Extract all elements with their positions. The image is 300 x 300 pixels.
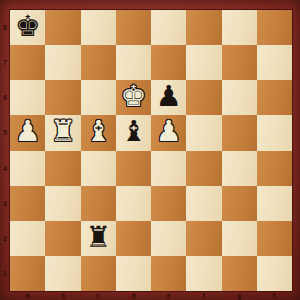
square-b3[interactable] [45, 186, 80, 221]
rank-label-7: 7 [0, 45, 10, 80]
square-f3[interactable] [186, 186, 221, 221]
square-e3[interactable] [151, 186, 186, 221]
square-e5[interactable]: ♟ [151, 115, 186, 150]
white-pawn-e5: ♟ [156, 117, 182, 146]
square-g6[interactable] [222, 80, 257, 115]
square-d5[interactable]: ♝ [116, 115, 151, 150]
square-b8[interactable] [45, 10, 80, 45]
square-c8[interactable] [81, 10, 116, 45]
square-g2[interactable] [222, 221, 257, 256]
white-rook-b5: ♜ [50, 117, 76, 146]
square-d8[interactable] [116, 10, 151, 45]
square-a8[interactable]: ♚ [10, 10, 45, 45]
square-d3[interactable] [116, 186, 151, 221]
square-c6[interactable] [81, 80, 116, 115]
square-a4[interactable] [10, 151, 45, 186]
square-f8[interactable] [186, 10, 221, 45]
square-f5[interactable] [186, 115, 221, 150]
black-pawn-e6: ♟ [156, 82, 182, 111]
square-b6[interactable] [45, 80, 80, 115]
rank-label-2: 2 [0, 221, 10, 256]
black-bishop-d5: ♝ [120, 117, 146, 146]
file-label-e: e [151, 291, 186, 300]
square-f7[interactable] [186, 45, 221, 80]
square-b1[interactable] [45, 256, 80, 291]
square-d4[interactable] [116, 151, 151, 186]
square-a2[interactable] [10, 221, 45, 256]
square-a3[interactable] [10, 186, 45, 221]
white-king-d6: ♚ [120, 82, 146, 111]
square-e4[interactable] [151, 151, 186, 186]
square-h3[interactable] [257, 186, 292, 221]
square-g5[interactable] [222, 115, 257, 150]
square-d1[interactable] [116, 256, 151, 291]
white-pawn-a5: ♟ [15, 117, 41, 146]
chess-board: ♚♚♟♟♜♝♝♟♜ [10, 10, 292, 291]
square-h6[interactable] [257, 80, 292, 115]
square-g4[interactable] [222, 151, 257, 186]
square-g7[interactable] [222, 45, 257, 80]
square-c1[interactable] [81, 256, 116, 291]
white-bishop-c5: ♝ [85, 117, 111, 146]
file-labels: abcdefgh [10, 291, 292, 300]
file-label-c: c [81, 291, 116, 300]
square-b5[interactable]: ♜ [45, 115, 80, 150]
square-d2[interactable] [116, 221, 151, 256]
square-c5[interactable]: ♝ [81, 115, 116, 150]
square-b2[interactable] [45, 221, 80, 256]
square-c4[interactable] [81, 151, 116, 186]
file-label-a: a [10, 291, 45, 300]
file-label-f: f [186, 291, 221, 300]
square-a5[interactable]: ♟ [10, 115, 45, 150]
file-label-h: h [257, 291, 292, 300]
square-f1[interactable] [186, 256, 221, 291]
square-g1[interactable] [222, 256, 257, 291]
black-rook-c2: ♜ [85, 223, 111, 252]
square-e6[interactable]: ♟ [151, 80, 186, 115]
square-h4[interactable] [257, 151, 292, 186]
square-e8[interactable] [151, 10, 186, 45]
rank-label-5: 5 [0, 115, 10, 150]
square-a7[interactable] [10, 45, 45, 80]
square-f2[interactable] [186, 221, 221, 256]
rank-label-4: 4 [0, 151, 10, 186]
rank-label-3: 3 [0, 186, 10, 221]
square-c3[interactable] [81, 186, 116, 221]
square-d6[interactable]: ♚ [116, 80, 151, 115]
square-g3[interactable] [222, 186, 257, 221]
square-e1[interactable] [151, 256, 186, 291]
rank-label-1: 1 [0, 256, 10, 291]
square-h8[interactable] [257, 10, 292, 45]
file-label-b: b [45, 291, 80, 300]
rank-label-6: 6 [0, 80, 10, 115]
square-e2[interactable] [151, 221, 186, 256]
square-f6[interactable] [186, 80, 221, 115]
square-h2[interactable] [257, 221, 292, 256]
square-b7[interactable] [45, 45, 80, 80]
square-c2[interactable]: ♜ [81, 221, 116, 256]
square-d7[interactable] [116, 45, 151, 80]
square-f4[interactable] [186, 151, 221, 186]
square-h7[interactable] [257, 45, 292, 80]
black-king-a8: ♚ [15, 12, 41, 41]
square-b4[interactable] [45, 151, 80, 186]
square-h5[interactable] [257, 115, 292, 150]
square-e7[interactable] [151, 45, 186, 80]
square-h1[interactable] [257, 256, 292, 291]
rank-labels: 87654321 [0, 10, 10, 291]
square-a6[interactable] [10, 80, 45, 115]
square-a1[interactable] [10, 256, 45, 291]
file-label-d: d [116, 291, 151, 300]
chess-board-frame: 87654321 abcdefgh ♚♚♟♟♜♝♝♟♜ [0, 0, 300, 300]
square-g8[interactable] [222, 10, 257, 45]
rank-label-8: 8 [0, 10, 10, 45]
file-label-g: g [222, 291, 257, 300]
square-c7[interactable] [81, 45, 116, 80]
